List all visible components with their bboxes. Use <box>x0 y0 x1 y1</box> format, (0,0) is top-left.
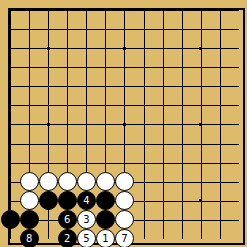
go-stone-white-move-5: 5 <box>77 229 96 247</box>
go-stone-white <box>20 191 39 210</box>
board-grid: 46382517 <box>10 10 239 239</box>
star-point <box>123 123 126 126</box>
go-stone-white <box>20 172 39 191</box>
go-stone-white <box>115 210 134 229</box>
go-stone-white <box>77 172 96 191</box>
star-point <box>123 47 126 50</box>
star-point <box>199 123 202 126</box>
go-stone-white-move-3: 3 <box>77 210 96 229</box>
go-stone-black-move-8: 8 <box>20 229 39 247</box>
star-point <box>199 199 202 202</box>
star-point <box>47 47 50 50</box>
go-stone-black <box>96 191 115 210</box>
go-stone-black <box>96 210 115 229</box>
go-stone-black <box>58 191 77 210</box>
go-stone-white-move-7: 7 <box>115 229 134 247</box>
go-stone-black-move-2: 2 <box>58 229 77 247</box>
go-stone-white <box>39 172 58 191</box>
go-stone-white <box>96 172 115 191</box>
go-stone-white <box>58 172 77 191</box>
go-stone-black <box>20 210 39 229</box>
go-diagram: 46382517 <box>0 0 247 247</box>
go-stone-white <box>115 172 134 191</box>
go-stone-white-move-1: 1 <box>96 229 115 247</box>
star-point <box>47 123 50 126</box>
go-stone-black-move-6: 6 <box>58 210 77 229</box>
go-stone-black <box>39 191 58 210</box>
go-stone-black <box>1 210 20 229</box>
go-stone-white <box>115 191 134 210</box>
go-stone-black-move-4: 4 <box>77 191 96 210</box>
go-board: 46382517 <box>8 8 245 245</box>
star-point <box>199 47 202 50</box>
